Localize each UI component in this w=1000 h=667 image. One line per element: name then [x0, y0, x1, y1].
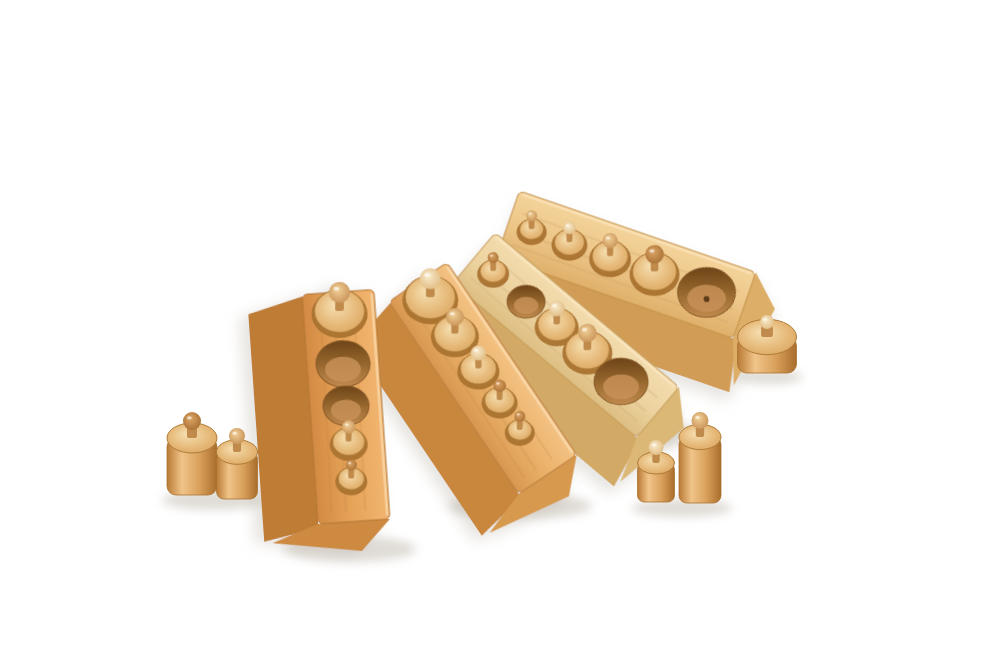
- knob: [329, 282, 350, 303]
- loose-cylinder-medium-left: [217, 428, 258, 499]
- knob: [549, 300, 565, 316]
- knob-highlight: [424, 273, 430, 277]
- knob: [578, 324, 596, 342]
- hole-floor: [514, 297, 538, 314]
- knob-highlight: [345, 423, 349, 425]
- loose-cylinder-large-left: [167, 412, 217, 495]
- hole-floor: [325, 357, 361, 382]
- knob: [342, 420, 355, 433]
- cylinder-block-3-slot-5-empty-hole: [594, 358, 648, 404]
- knob: [420, 268, 441, 289]
- knob-highlight: [232, 432, 236, 435]
- knob-highlight: [582, 328, 587, 331]
- knob: [229, 428, 245, 444]
- knob: [493, 379, 506, 392]
- montessori-cylinder-blocks-photo: [0, 0, 1000, 667]
- knob: [471, 345, 486, 360]
- knob-highlight: [606, 237, 610, 240]
- knob-highlight: [566, 225, 570, 227]
- knob: [488, 252, 499, 263]
- cylinder-block-3-slot-2-empty-hole: [507, 285, 545, 318]
- knob: [760, 315, 774, 329]
- knob-highlight: [528, 213, 531, 215]
- knob: [603, 233, 618, 248]
- knob: [514, 411, 525, 422]
- cylinder-block-1-slot-2-empty-hole: [316, 341, 370, 387]
- knob: [645, 245, 663, 263]
- cylinder-block-4-slot-5-empty-hole: [678, 267, 736, 317]
- hole-floor: [331, 400, 361, 421]
- knob-highlight: [490, 255, 493, 257]
- knob: [692, 412, 709, 429]
- knob-highlight: [496, 382, 500, 384]
- cylinder-block-1-slot-3-empty-hole: [323, 386, 369, 426]
- cylinder-block-1: [246, 278, 392, 558]
- knob: [183, 412, 201, 430]
- hole-floor: [603, 374, 639, 399]
- knob-highlight: [695, 416, 700, 419]
- knob: [526, 210, 537, 221]
- knob-highlight: [333, 287, 339, 291]
- knob: [563, 222, 576, 235]
- knob: [446, 308, 464, 326]
- knob-highlight: [348, 462, 351, 464]
- knob-highlight: [649, 249, 654, 252]
- pinhole: [704, 296, 710, 302]
- knob-highlight: [450, 312, 455, 315]
- knob-highlight: [552, 304, 556, 307]
- product-photo: [0, 0, 1000, 667]
- knob-highlight: [763, 318, 767, 321]
- knob-highlight: [187, 416, 192, 419]
- knob: [649, 440, 664, 455]
- knob-highlight: [517, 413, 520, 415]
- knob-highlight: [474, 349, 478, 352]
- knob: [346, 460, 357, 471]
- knob-highlight: [652, 444, 656, 447]
